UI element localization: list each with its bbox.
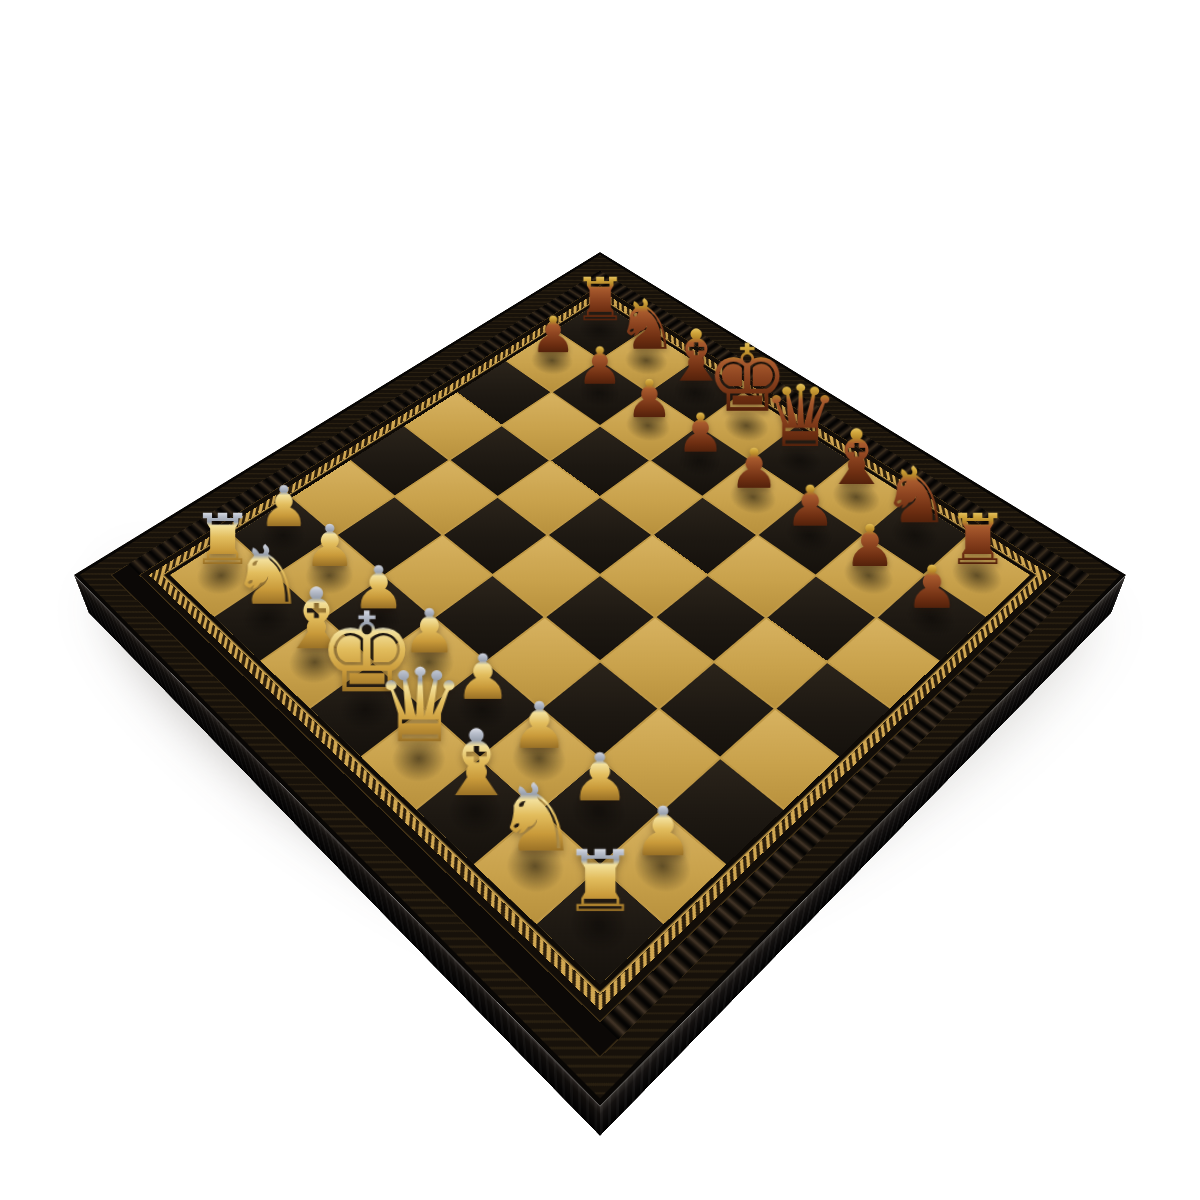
camera-view: ♜♞♝♚♛♝♞♜♟♟♟♟♟♟♟♟♟♟♟♟♟♟♟♟♜♞♝♚♛♝♞♜ (0, 0, 1200, 1200)
gold-hairline-frame: ♜♞♝♚♛♝♞♜♟♟♟♟♟♟♟♟♟♟♟♟♟♟♟♟♜♞♝♚♛♝♞♜ (162, 297, 1039, 995)
chess-board-box: ♜♞♝♚♛♝♞♜♟♟♟♟♟♟♟♟♟♟♟♟♟♟♟♟♜♞♝♚♛♝♞♜ (74, 252, 1126, 1106)
board-top-face: ♜♞♝♚♛♝♞♜♟♟♟♟♟♟♟♟♟♟♟♟♟♟♟♟♜♞♝♚♛♝♞♜ (74, 252, 1126, 1106)
embossed-leather-border: ♜♞♝♚♛♝♞♜♟♟♟♟♟♟♟♟♟♟♟♟♟♟♟♟♜♞♝♚♛♝♞♜ (74, 252, 1126, 1106)
white-pawn[interactable]: ♟ (259, 478, 310, 535)
white-pawn[interactable]: ♟ (633, 797, 694, 865)
inner-black-band: ♜♞♝♚♛♝♞♜♟♟♟♟♟♟♟♟♟♟♟♟♟♟♟♟♜♞♝♚♛♝♞♜ (139, 285, 1061, 1022)
black-pawn[interactable]: ♟ (905, 558, 958, 617)
black-pawn[interactable]: ♟ (530, 310, 575, 360)
black-pawn[interactable]: ♟ (785, 478, 836, 535)
black-pawn[interactable]: ♟ (577, 340, 623, 392)
chess-set-photo: Luxury chess set on black and gold leath… (0, 0, 1200, 1200)
square-h4[interactable] (351, 426, 449, 495)
board-squares: ♜♞♝♚♛♝♞♜♟♟♟♟♟♟♟♟♟♟♟♟♟♟♟♟♜♞♝♚♛♝♞♜ (170, 301, 1030, 984)
white-pawn[interactable]: ♟ (511, 693, 569, 757)
black-pawn[interactable]: ♟ (676, 406, 724, 460)
white-pawn[interactable]: ♟ (304, 517, 356, 575)
white-pawn[interactable]: ♟ (570, 744, 629, 810)
carved-scallop-molding: ♜♞♝♚♛♝♞♜♟♟♟♟♟♟♟♟♟♟♟♟♟♟♟♟♜♞♝♚♛♝♞♜ (111, 270, 1090, 1057)
white-rook[interactable]: ♜ (562, 839, 638, 924)
black-pawn[interactable]: ♟ (625, 373, 672, 426)
gold-meander-band: ♜♞♝♚♛♝♞♜♟♟♟♟♟♟♟♟♟♟♟♟♟♟♟♟♜♞♝♚♛♝♞♜ (149, 290, 1051, 1010)
black-pawn[interactable]: ♟ (729, 441, 779, 496)
black-pawn[interactable]: ♟ (844, 517, 896, 575)
